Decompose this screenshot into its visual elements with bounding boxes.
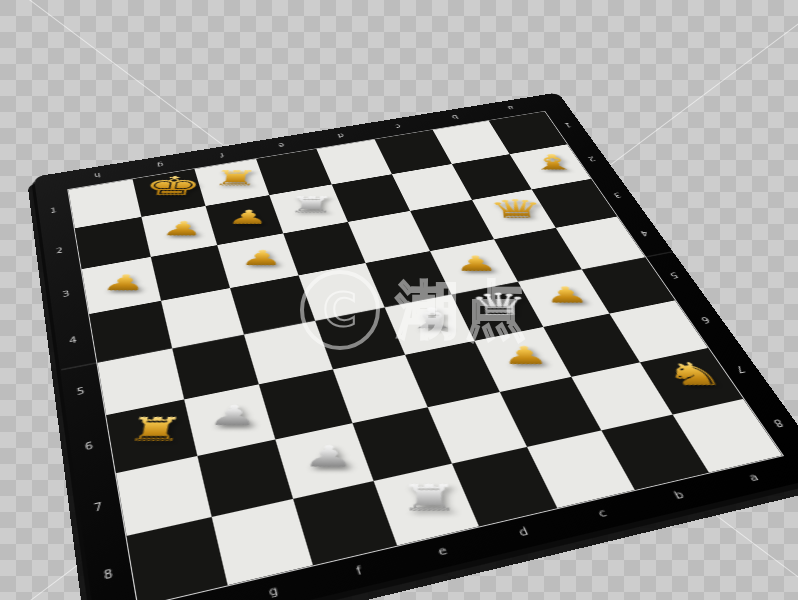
- rank-label-right-1: 1: [563, 122, 572, 128]
- chessboard: ♚♜♝♛♞♜♟♟♟♟♟♟♟♜♛♝♜♟♟ hgfedcbahgfedcba1234…: [34, 92, 798, 600]
- rank-label-right-7: 7: [734, 364, 747, 374]
- file-label-bottom-e: e: [436, 545, 448, 558]
- rank-label-right-6: 6: [699, 315, 711, 324]
- rank-label-left-5: 5: [76, 387, 85, 397]
- rank-label-left-6: 6: [84, 442, 94, 453]
- gold-pawn-glyph: ♟: [55, 271, 193, 293]
- rank-label-right-3: 3: [612, 191, 622, 198]
- file-label-bottom-f: f: [355, 565, 363, 577]
- file-label-top-c: c: [394, 123, 402, 129]
- gold-pawn-glyph: ♟: [411, 253, 544, 274]
- file-label-top-h: h: [94, 171, 102, 178]
- file-label-top-a: a: [506, 105, 515, 111]
- gold-bishop-glyph: ♝: [492, 152, 615, 173]
- file-label-bottom-g: g: [267, 585, 279, 599]
- file-label-top-e: e: [278, 142, 286, 148]
- board-playing-area: ♚♜♝♛♞♜♟♟♟♟♟♟♟♜♛♝♜♟♟: [67, 111, 784, 600]
- product-photo-canvas: ♚♜♝♛♞♜♟♟♟♟♟♟♟♜♛♝♜♟♟ hgfedcbahgfedcba1234…: [0, 0, 798, 600]
- rank-label-right-5: 5: [668, 271, 679, 279]
- rank-label-left-8: 8: [103, 568, 114, 581]
- file-label-top-d: d: [336, 132, 344, 138]
- gold-pawn-glyph: ♟: [194, 247, 327, 268]
- file-label-top-f: f: [219, 152, 224, 158]
- rank-label-left-7: 7: [93, 502, 103, 514]
- file-label-top-g: g: [156, 161, 164, 168]
- rank-label-left-1: 1: [50, 207, 58, 214]
- file-label-top-b: b: [451, 114, 460, 120]
- gold-king-glyph: ♚: [109, 173, 236, 199]
- rank-label-right-8: 8: [771, 417, 784, 428]
- file-label-bottom-c: c: [596, 508, 608, 520]
- rank-label-left-2: 2: [56, 247, 64, 255]
- file-label-bottom-a: a: [747, 472, 761, 483]
- gold-pawn-glyph: ♟: [117, 219, 247, 239]
- rank-label-right-4: 4: [639, 229, 650, 237]
- file-label-bottom-d: d: [517, 526, 530, 538]
- file-label-bottom-b: b: [672, 489, 686, 501]
- gold-queen-glyph: ♛: [453, 196, 581, 222]
- rank-label-left-4: 4: [69, 336, 78, 345]
- board-frame: ♚♜♝♛♞♜♟♟♟♟♟♟♟♜♛♝♜♟♟ hgfedcbahgfedcba1234…: [34, 92, 798, 600]
